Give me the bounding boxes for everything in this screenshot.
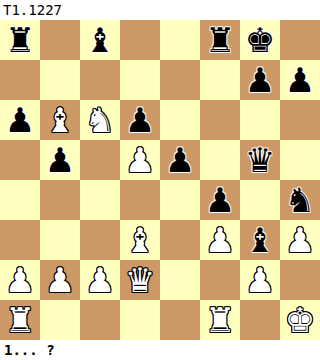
square-g1[interactable] bbox=[240, 300, 280, 340]
piece-black-pawn: ♟ bbox=[245, 60, 275, 100]
square-d4[interactable] bbox=[120, 180, 160, 220]
square-b3[interactable] bbox=[40, 220, 80, 260]
piece-white-king: ♚ bbox=[285, 300, 315, 340]
piece-black-knight: ♞ bbox=[285, 180, 315, 220]
square-h5[interactable] bbox=[280, 140, 320, 180]
square-d6[interactable]: ♟ bbox=[120, 100, 160, 140]
square-e2[interactable] bbox=[160, 260, 200, 300]
square-f3[interactable]: ♟ bbox=[200, 220, 240, 260]
square-e6[interactable] bbox=[160, 100, 200, 140]
square-d1[interactable] bbox=[120, 300, 160, 340]
piece-black-king: ♚ bbox=[245, 20, 275, 60]
square-d7[interactable] bbox=[120, 60, 160, 100]
piece-white-knight: ♞ bbox=[85, 100, 115, 140]
square-g4[interactable] bbox=[240, 180, 280, 220]
square-h3[interactable]: ♟ bbox=[280, 220, 320, 260]
piece-white-bishop: ♝ bbox=[45, 100, 75, 140]
square-c3[interactable] bbox=[80, 220, 120, 260]
piece-white-pawn: ♟ bbox=[285, 220, 315, 260]
square-e8[interactable] bbox=[160, 20, 200, 60]
square-g6[interactable] bbox=[240, 100, 280, 140]
piece-white-pawn: ♟ bbox=[205, 220, 235, 260]
piece-black-pawn: ♟ bbox=[285, 60, 315, 100]
square-d5[interactable]: ♟ bbox=[120, 140, 160, 180]
square-b5[interactable]: ♟ bbox=[40, 140, 80, 180]
square-h7[interactable]: ♟ bbox=[280, 60, 320, 100]
square-g3[interactable]: ♝ bbox=[240, 220, 280, 260]
square-a4[interactable] bbox=[0, 180, 40, 220]
square-a3[interactable] bbox=[0, 220, 40, 260]
square-a5[interactable] bbox=[0, 140, 40, 180]
square-d8[interactable] bbox=[120, 20, 160, 60]
square-c8[interactable]: ♝ bbox=[80, 20, 120, 60]
piece-black-pawn: ♟ bbox=[125, 100, 155, 140]
square-c6[interactable]: ♞ bbox=[80, 100, 120, 140]
piece-black-pawn: ♟ bbox=[5, 100, 35, 140]
piece-white-pawn: ♟ bbox=[5, 260, 35, 300]
square-b7[interactable] bbox=[40, 60, 80, 100]
piece-black-pawn: ♟ bbox=[205, 180, 235, 220]
chess-board: ♜♝♜♚♟♟♟♝♞♟♟♟♟♛♟♞♝♟♝♟♟♟♟♛♟♜♜♚ bbox=[0, 20, 320, 340]
square-h4[interactable]: ♞ bbox=[280, 180, 320, 220]
square-f8[interactable]: ♜ bbox=[200, 20, 240, 60]
piece-white-pawn: ♟ bbox=[45, 260, 75, 300]
square-g8[interactable]: ♚ bbox=[240, 20, 280, 60]
square-e4[interactable] bbox=[160, 180, 200, 220]
square-f6[interactable] bbox=[200, 100, 240, 140]
puzzle-id: T1.1227 bbox=[0, 0, 320, 20]
piece-black-pawn: ♟ bbox=[165, 140, 195, 180]
square-a7[interactable] bbox=[0, 60, 40, 100]
square-f2[interactable] bbox=[200, 260, 240, 300]
square-c4[interactable] bbox=[80, 180, 120, 220]
square-h2[interactable] bbox=[280, 260, 320, 300]
piece-white-rook: ♜ bbox=[205, 300, 235, 340]
piece-black-bishop: ♝ bbox=[245, 220, 275, 260]
piece-black-pawn: ♟ bbox=[45, 140, 75, 180]
square-c5[interactable] bbox=[80, 140, 120, 180]
piece-white-pawn: ♟ bbox=[125, 140, 155, 180]
square-c1[interactable] bbox=[80, 300, 120, 340]
piece-black-bishop: ♝ bbox=[85, 20, 115, 60]
piece-black-rook: ♜ bbox=[205, 20, 235, 60]
square-f5[interactable] bbox=[200, 140, 240, 180]
square-a6[interactable]: ♟ bbox=[0, 100, 40, 140]
piece-black-rook: ♜ bbox=[5, 20, 35, 60]
square-g7[interactable]: ♟ bbox=[240, 60, 280, 100]
square-b8[interactable] bbox=[40, 20, 80, 60]
piece-black-queen: ♛ bbox=[245, 140, 275, 180]
piece-white-queen: ♛ bbox=[125, 260, 155, 300]
square-e1[interactable] bbox=[160, 300, 200, 340]
chess-diagram: T1.1227 ♜♝♜♚♟♟♟♝♞♟♟♟♟♛♟♞♝♟♝♟♟♟♟♛♟♜♜♚ 1..… bbox=[0, 0, 320, 360]
square-b2[interactable]: ♟ bbox=[40, 260, 80, 300]
square-a8[interactable]: ♜ bbox=[0, 20, 40, 60]
square-a2[interactable]: ♟ bbox=[0, 260, 40, 300]
square-d3[interactable]: ♝ bbox=[120, 220, 160, 260]
square-e7[interactable] bbox=[160, 60, 200, 100]
piece-white-rook: ♜ bbox=[5, 300, 35, 340]
piece-white-pawn: ♟ bbox=[245, 260, 275, 300]
square-e5[interactable]: ♟ bbox=[160, 140, 200, 180]
square-f7[interactable] bbox=[200, 60, 240, 100]
square-a1[interactable]: ♜ bbox=[0, 300, 40, 340]
square-h8[interactable] bbox=[280, 20, 320, 60]
square-c7[interactable] bbox=[80, 60, 120, 100]
square-b1[interactable] bbox=[40, 300, 80, 340]
square-f1[interactable]: ♜ bbox=[200, 300, 240, 340]
square-h1[interactable]: ♚ bbox=[280, 300, 320, 340]
square-b6[interactable]: ♝ bbox=[40, 100, 80, 140]
square-d2[interactable]: ♛ bbox=[120, 260, 160, 300]
square-g5[interactable]: ♛ bbox=[240, 140, 280, 180]
square-b4[interactable] bbox=[40, 180, 80, 220]
piece-white-bishop: ♝ bbox=[125, 220, 155, 260]
move-prompt: 1... ? bbox=[0, 340, 320, 360]
square-c2[interactable]: ♟ bbox=[80, 260, 120, 300]
square-f4[interactable]: ♟ bbox=[200, 180, 240, 220]
piece-white-pawn: ♟ bbox=[85, 260, 115, 300]
square-e3[interactable] bbox=[160, 220, 200, 260]
square-g2[interactable]: ♟ bbox=[240, 260, 280, 300]
square-h6[interactable] bbox=[280, 100, 320, 140]
